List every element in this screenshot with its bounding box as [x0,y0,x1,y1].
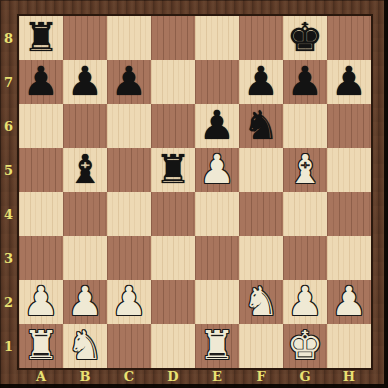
rank-label-7: 7 [0,60,17,104]
square-c5[interactable] [107,148,151,192]
square-b5[interactable]: ♝ [63,148,107,192]
square-e4[interactable] [195,192,239,236]
square-g5[interactable]: ♝ [283,148,327,192]
rank-labels: 87654321 [0,16,17,368]
square-d8[interactable] [151,16,195,60]
square-a2[interactable]: ♟ [19,280,63,324]
piece-white-rook[interactable]: ♜ [199,325,235,365]
square-f4[interactable] [239,192,283,236]
square-h8[interactable] [327,16,371,60]
square-c2[interactable]: ♟ [107,280,151,324]
square-a7[interactable]: ♟ [19,60,63,104]
square-d7[interactable] [151,60,195,104]
chess-board: ♜♚♟♟♟♟♟♟♟♞♝♜♟♝♟♟♟♞♟♟♜♞♜♚ [17,14,373,370]
piece-white-bishop[interactable]: ♝ [287,149,323,189]
square-h3[interactable] [327,236,371,280]
square-c3[interactable] [107,236,151,280]
square-a5[interactable] [19,148,63,192]
square-f5[interactable] [239,148,283,192]
piece-white-rook[interactable]: ♜ [23,325,59,365]
file-label-b: B [63,369,107,386]
rank-label-3: 3 [0,236,17,280]
chessboard-widget: 87654321 ABCDEFGH ♜♚♟♟♟♟♟♟♟♞♝♜♟♝♟♟♟♞♟♟♜♞… [0,0,388,388]
square-h6[interactable] [327,104,371,148]
piece-black-bishop[interactable]: ♝ [67,149,103,189]
square-f2[interactable]: ♞ [239,280,283,324]
square-e6[interactable]: ♟ [195,104,239,148]
piece-black-pawn[interactable]: ♟ [243,61,279,101]
piece-black-pawn[interactable]: ♟ [331,61,367,101]
rank-label-4: 4 [0,192,17,236]
rank-label-1: 1 [0,324,17,368]
piece-white-pawn[interactable]: ♟ [331,281,367,321]
piece-black-king[interactable]: ♚ [287,17,323,57]
piece-black-pawn[interactable]: ♟ [287,61,323,101]
square-a4[interactable] [19,192,63,236]
square-f8[interactable] [239,16,283,60]
piece-white-king[interactable]: ♚ [287,325,323,365]
square-c4[interactable] [107,192,151,236]
square-e5[interactable]: ♟ [195,148,239,192]
rank-label-6: 6 [0,104,17,148]
square-b1[interactable]: ♞ [63,324,107,368]
piece-white-pawn[interactable]: ♟ [199,149,235,189]
square-c7[interactable]: ♟ [107,60,151,104]
file-label-f: F [239,369,283,386]
file-label-e: E [195,369,239,386]
square-h5[interactable] [327,148,371,192]
square-d6[interactable] [151,104,195,148]
square-g8[interactable]: ♚ [283,16,327,60]
file-label-g: G [283,369,327,386]
square-e1[interactable]: ♜ [195,324,239,368]
piece-white-pawn[interactable]: ♟ [23,281,59,321]
piece-black-rook[interactable]: ♜ [155,149,191,189]
square-g2[interactable]: ♟ [283,280,327,324]
square-a1[interactable]: ♜ [19,324,63,368]
square-b3[interactable] [63,236,107,280]
square-e8[interactable] [195,16,239,60]
piece-black-pawn[interactable]: ♟ [23,61,59,101]
square-f7[interactable]: ♟ [239,60,283,104]
square-d5[interactable]: ♜ [151,148,195,192]
piece-black-pawn[interactable]: ♟ [67,61,103,101]
file-label-c: C [107,369,151,386]
square-d4[interactable] [151,192,195,236]
square-h7[interactable]: ♟ [327,60,371,104]
square-h2[interactable]: ♟ [327,280,371,324]
rank-label-5: 5 [0,148,17,192]
square-c1[interactable] [107,324,151,368]
piece-white-pawn[interactable]: ♟ [287,281,323,321]
file-label-h: H [327,369,371,386]
rank-label-2: 2 [0,280,17,324]
piece-black-knight[interactable]: ♞ [243,105,279,145]
square-c6[interactable] [107,104,151,148]
square-e2[interactable] [195,280,239,324]
file-labels: ABCDEFGH [19,369,371,386]
square-e7[interactable] [195,60,239,104]
square-g3[interactable] [283,236,327,280]
square-g1[interactable]: ♚ [283,324,327,368]
piece-white-knight[interactable]: ♞ [67,325,103,365]
piece-white-pawn[interactable]: ♟ [67,281,103,321]
square-d3[interactable] [151,236,195,280]
square-b4[interactable] [63,192,107,236]
square-g7[interactable]: ♟ [283,60,327,104]
square-d2[interactable] [151,280,195,324]
square-g4[interactable] [283,192,327,236]
file-label-a: A [19,369,63,386]
square-b7[interactable]: ♟ [63,60,107,104]
square-h4[interactable] [327,192,371,236]
square-b8[interactable] [63,16,107,60]
square-b2[interactable]: ♟ [63,280,107,324]
piece-white-pawn[interactable]: ♟ [111,281,147,321]
square-a8[interactable]: ♜ [19,16,63,60]
square-d1[interactable] [151,324,195,368]
square-f3[interactable] [239,236,283,280]
square-b6[interactable] [63,104,107,148]
square-a6[interactable] [19,104,63,148]
square-c8[interactable] [107,16,151,60]
square-h1[interactable] [327,324,371,368]
rank-label-8: 8 [0,16,17,60]
square-e3[interactable] [195,236,239,280]
piece-black-rook[interactable]: ♜ [23,17,59,57]
square-f1[interactable] [239,324,283,368]
square-a3[interactable] [19,236,63,280]
piece-white-knight[interactable]: ♞ [243,281,279,321]
piece-black-pawn[interactable]: ♟ [199,105,235,145]
square-f6[interactable]: ♞ [239,104,283,148]
piece-black-pawn[interactable]: ♟ [111,61,147,101]
file-label-d: D [151,369,195,386]
square-g6[interactable] [283,104,327,148]
